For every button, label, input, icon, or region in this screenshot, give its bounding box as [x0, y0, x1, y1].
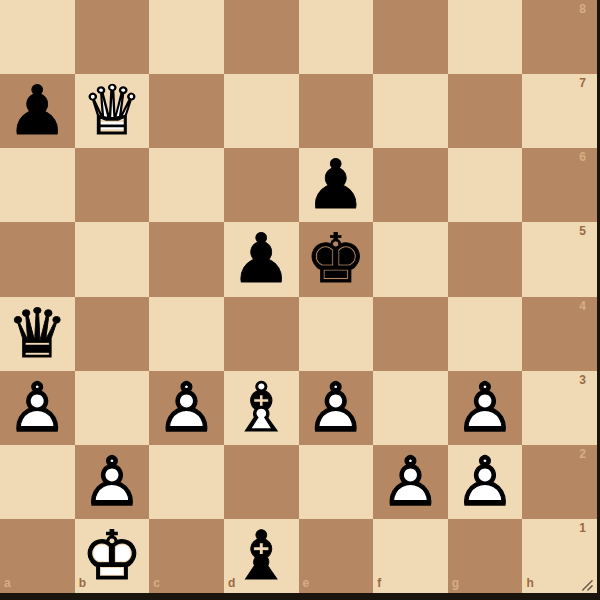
- file-label-c: c: [153, 577, 160, 589]
- square-d2[interactable]: [224, 445, 299, 519]
- white-queen[interactable]: ♛♕: [75, 74, 150, 148]
- square-d8[interactable]: [224, 0, 299, 74]
- square-e7[interactable]: [299, 74, 374, 148]
- black-pawn[interactable]: ♟: [299, 148, 374, 222]
- square-a1[interactable]: [0, 519, 75, 593]
- square-e6[interactable]: ♟: [299, 148, 374, 222]
- file-label-d: d: [228, 577, 235, 589]
- square-e2[interactable]: [299, 445, 374, 519]
- rank-label-8: 8: [579, 3, 586, 15]
- square-c4[interactable]: [149, 297, 224, 371]
- chess-board: ♟♛♕♟♟♚♛♟♙♟♙♝♗♟♙♟♙♟♙♟♙♟♙♚♔♝87654321abcdef…: [0, 0, 597, 593]
- rank-label-7: 7: [579, 77, 586, 89]
- square-e5[interactable]: ♚: [299, 222, 374, 296]
- black-pawn[interactable]: ♟: [224, 222, 299, 296]
- square-a7[interactable]: ♟: [0, 74, 75, 148]
- white-pawn[interactable]: ♟♙: [448, 371, 523, 445]
- square-f8[interactable]: [373, 0, 448, 74]
- square-d3[interactable]: ♝♗: [224, 371, 299, 445]
- square-g6[interactable]: [448, 148, 523, 222]
- square-g8[interactable]: [448, 0, 523, 74]
- square-g5[interactable]: [448, 222, 523, 296]
- square-e8[interactable]: [299, 0, 374, 74]
- square-d4[interactable]: [224, 297, 299, 371]
- file-label-g: g: [452, 577, 459, 589]
- square-b3[interactable]: [75, 371, 150, 445]
- square-g3[interactable]: ♟♙: [448, 371, 523, 445]
- rank-label-5: 5: [579, 225, 586, 237]
- square-c1[interactable]: [149, 519, 224, 593]
- square-c3[interactable]: ♟♙: [149, 371, 224, 445]
- resize-handle-icon[interactable]: [580, 578, 593, 591]
- square-e3[interactable]: ♟♙: [299, 371, 374, 445]
- black-pawn[interactable]: ♟: [0, 74, 75, 148]
- square-f6[interactable]: [373, 148, 448, 222]
- white-pawn[interactable]: ♟♙: [299, 371, 374, 445]
- square-d5[interactable]: ♟: [224, 222, 299, 296]
- square-c2[interactable]: [149, 445, 224, 519]
- white-bishop[interactable]: ♝♗: [224, 371, 299, 445]
- square-g4[interactable]: [448, 297, 523, 371]
- square-f5[interactable]: [373, 222, 448, 296]
- square-d6[interactable]: [224, 148, 299, 222]
- file-label-a: a: [4, 577, 11, 589]
- square-f7[interactable]: [373, 74, 448, 148]
- page-background: ♟♛♕♟♟♚♛♟♙♟♙♝♗♟♙♟♙♟♙♟♙♟♙♚♔♝87654321abcdef…: [0, 0, 600, 600]
- square-c8[interactable]: [149, 0, 224, 74]
- square-a2[interactable]: [0, 445, 75, 519]
- black-queen[interactable]: ♛: [0, 297, 75, 371]
- square-f2[interactable]: ♟♙: [373, 445, 448, 519]
- rank-label-2: 2: [579, 448, 586, 460]
- square-f1[interactable]: [373, 519, 448, 593]
- square-b7[interactable]: ♛♕: [75, 74, 150, 148]
- square-c6[interactable]: [149, 148, 224, 222]
- file-label-e: e: [303, 577, 310, 589]
- rank-label-4: 4: [579, 300, 586, 312]
- white-pawn[interactable]: ♟♙: [0, 371, 75, 445]
- square-a3[interactable]: ♟♙: [0, 371, 75, 445]
- rank-label-3: 3: [579, 374, 586, 386]
- black-king[interactable]: ♚: [299, 222, 374, 296]
- square-c5[interactable]: [149, 222, 224, 296]
- rank-label-1: 1: [579, 522, 586, 534]
- file-label-f: f: [377, 577, 381, 589]
- square-e4[interactable]: [299, 297, 374, 371]
- square-d7[interactable]: [224, 74, 299, 148]
- square-a5[interactable]: [0, 222, 75, 296]
- white-pawn[interactable]: ♟♙: [373, 445, 448, 519]
- white-pawn[interactable]: ♟♙: [75, 445, 150, 519]
- square-b5[interactable]: [75, 222, 150, 296]
- square-a6[interactable]: [0, 148, 75, 222]
- white-pawn[interactable]: ♟♙: [149, 371, 224, 445]
- square-c7[interactable]: [149, 74, 224, 148]
- file-label-h: h: [526, 577, 533, 589]
- square-b2[interactable]: ♟♙: [75, 445, 150, 519]
- square-a8[interactable]: [0, 0, 75, 74]
- square-e1[interactable]: [299, 519, 374, 593]
- rank-label-6: 6: [579, 151, 586, 163]
- square-b8[interactable]: [75, 0, 150, 74]
- square-f3[interactable]: [373, 371, 448, 445]
- white-pawn[interactable]: ♟♙: [448, 445, 523, 519]
- square-a4[interactable]: ♛: [0, 297, 75, 371]
- file-label-b: b: [79, 577, 86, 589]
- square-f4[interactable]: [373, 297, 448, 371]
- square-g2[interactable]: ♟♙: [448, 445, 523, 519]
- square-b6[interactable]: [75, 148, 150, 222]
- square-g7[interactable]: [448, 74, 523, 148]
- square-b4[interactable]: [75, 297, 150, 371]
